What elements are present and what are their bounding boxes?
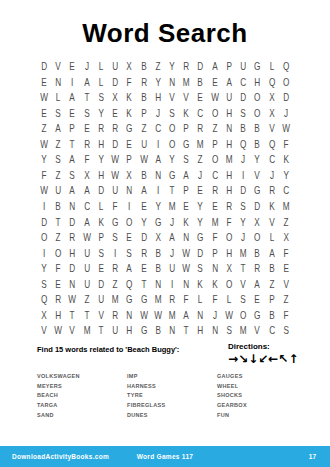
grid-cell: P <box>67 121 79 137</box>
grid-cell: F <box>81 152 93 168</box>
grid-cell: R <box>209 183 221 199</box>
word-list-item: BEACH <box>37 391 127 401</box>
grid-cell: X <box>124 167 136 183</box>
grid-cell: H <box>95 167 107 183</box>
grid-cell: F <box>209 292 221 308</box>
word-list-item: IMP <box>127 372 217 382</box>
grid-cell: V <box>180 90 192 106</box>
word-list-item: HARNESS <box>127 382 217 392</box>
grid-cell: L <box>223 292 235 308</box>
grid-cell: S <box>124 245 136 261</box>
grid-cell: C <box>237 74 249 90</box>
grid-cell: E <box>209 199 221 215</box>
footer-page-number: 17 <box>309 453 316 460</box>
grid-cell: E <box>195 183 207 199</box>
grid-cell: W <box>109 167 121 183</box>
grid-cell: Q <box>124 276 136 292</box>
grid-cell: J <box>195 167 207 183</box>
grid-cell: R <box>67 230 79 246</box>
grid-cell: P <box>209 136 221 152</box>
grid-cell: M <box>180 74 192 90</box>
grid-cell: E <box>67 59 79 75</box>
grid-cell: M <box>223 152 235 168</box>
grid-cell: Y <box>95 152 107 168</box>
grid-cell: X <box>252 214 264 230</box>
grid-cell: R <box>109 307 121 323</box>
grid-cell: J <box>280 105 292 121</box>
grid-cell: M <box>280 199 292 215</box>
instructions-text: Find 15 words related to 'Beach Buggy': <box>37 345 179 354</box>
grid-cell: U <box>95 292 107 308</box>
grid-cell: C <box>266 152 278 168</box>
word-list-item: SAND <box>37 411 127 421</box>
grid-cell: G <box>252 59 264 75</box>
word-list-column: VOLKSWAGENMEYERSBEACHTARGASAND <box>37 372 127 420</box>
grid-cell: D <box>95 276 107 292</box>
grid-cell: I <box>38 199 50 215</box>
grid-cell: K <box>280 152 292 168</box>
grid-cell: G <box>138 292 150 308</box>
grid-cell: H <box>95 136 107 152</box>
grid-cell: F <box>38 167 50 183</box>
grid-cell: F <box>209 230 221 246</box>
grid-cell: E <box>38 74 50 90</box>
grid-cell: N <box>152 167 164 183</box>
word-list-item: TARGA <box>37 401 127 411</box>
grid-cell: V <box>67 323 79 339</box>
grid-cell: R <box>138 74 150 90</box>
grid-cell: M <box>237 245 249 261</box>
grid-cell: E <box>138 199 150 215</box>
direction-arrow-icon: ← <box>268 353 278 365</box>
grid-cell: I <box>237 167 249 183</box>
footer-bar: DownloadActivityBooks.com Word Games 117… <box>0 446 330 467</box>
grid-cell: D <box>109 136 121 152</box>
grid-cell: P <box>180 121 192 137</box>
grid-cell: T <box>166 183 178 199</box>
grid-cell: O <box>166 136 178 152</box>
direction-arrow-icon: ↑ <box>288 353 298 365</box>
grid-cell: S <box>280 323 292 339</box>
grid-cell: U <box>52 183 64 199</box>
grid-cell: S <box>95 245 107 261</box>
grid-cell: E <box>195 90 207 106</box>
grid-cell: U <box>81 261 93 277</box>
grid-cell: E <box>52 276 64 292</box>
grid-cell: F <box>52 261 64 277</box>
grid-cell: Y <box>252 152 264 168</box>
grid-cell: D <box>138 230 150 246</box>
grid-cell: D <box>280 90 292 106</box>
grid-cell: A <box>209 59 221 75</box>
grid-cell: H <box>124 323 136 339</box>
grid-cell: L <box>52 90 64 106</box>
grid-cell: A <box>138 183 150 199</box>
grid-cell: T <box>52 214 64 230</box>
grid-cell: W <box>67 292 79 308</box>
grid-cell: X <box>280 230 292 246</box>
grid-cell: V <box>266 214 278 230</box>
grid-cell: E <box>180 199 192 215</box>
grid-cell: J <box>237 152 249 168</box>
grid-cell: Z <box>38 121 50 137</box>
grid-cell: L <box>266 230 278 246</box>
grid-cell: V <box>237 276 249 292</box>
word-list-item: FUN <box>217 411 303 421</box>
grid-cell: Y <box>166 59 178 75</box>
footer-series-text: Word Games 117 <box>0 453 330 460</box>
grid-cell: U <box>109 59 121 75</box>
grid-cell: L <box>95 59 107 75</box>
word-search-grid: DVEJLUXBZYRDAPUGLQENIALDFRYNMBEACHQOWLAT… <box>37 59 293 339</box>
grid-cell: N <box>67 199 79 215</box>
grid-cell: A <box>81 214 93 230</box>
grid-cell: H <box>52 307 64 323</box>
grid-cell: S <box>67 167 79 183</box>
grid-cell: X <box>109 90 121 106</box>
directions-block: Directions: →↘↓↙←↖↑ <box>228 342 323 365</box>
grid-cell: U <box>166 261 178 277</box>
grid-cell: A <box>266 245 278 261</box>
grid-cell: B <box>152 323 164 339</box>
grid-cell: B <box>138 59 150 75</box>
grid-cell: Z <box>109 276 121 292</box>
grid-cell: Y <box>166 152 178 168</box>
grid-cell: S <box>195 261 207 277</box>
grid-cell: K <box>180 214 192 230</box>
grid-cell: W <box>180 245 192 261</box>
grid-cell: W <box>138 152 150 168</box>
grid-cell: Q <box>237 136 249 152</box>
direction-arrow-icon: ↖ <box>278 353 288 365</box>
grid-cell: Y <box>237 214 249 230</box>
grid-cell: H <box>195 323 207 339</box>
direction-arrow-icon: ↘ <box>238 353 248 365</box>
grid-cell: N <box>180 276 192 292</box>
grid-cell: R <box>195 121 207 137</box>
grid-cell: F <box>280 136 292 152</box>
grid-cell: H <box>223 105 235 121</box>
grid-cell: Z <box>280 214 292 230</box>
grid-cell: D <box>195 59 207 75</box>
grid-cell: B <box>138 167 150 183</box>
grid-cell: I <box>109 245 121 261</box>
grid-cell: Y <box>38 261 50 277</box>
grid-cell: M <box>109 292 121 308</box>
grid-cell: W <box>280 121 292 137</box>
grid-cell: Z <box>138 121 150 137</box>
grid-cell: S <box>38 276 50 292</box>
grid-cell: W <box>38 183 50 199</box>
grid-cell: B <box>52 199 64 215</box>
grid-cell: V <box>166 90 178 106</box>
grid-cell: Z <box>52 167 64 183</box>
page-title: Word Search <box>0 18 330 49</box>
grid-cell: G <box>109 214 121 230</box>
grid-cell: X <box>152 230 164 246</box>
grid-cell: R <box>223 199 235 215</box>
grid-cell: T <box>95 323 107 339</box>
grid-cell: A <box>180 307 192 323</box>
grid-cell: C <box>81 199 93 215</box>
grid-cell: S <box>52 105 64 121</box>
grid-cell: B <box>252 121 264 137</box>
grid-cell: G <box>138 323 150 339</box>
word-list-column: IMPHARNESSTYREFIBREGLASSDUNES <box>127 372 217 420</box>
grid-cell: K <box>95 214 107 230</box>
grid-cell: I <box>152 136 164 152</box>
grid-cell: O <box>38 230 50 246</box>
grid-cell: J <box>166 245 178 261</box>
grid-cell: S <box>81 105 93 121</box>
grid-cell: A <box>223 74 235 90</box>
grid-cell: J <box>266 167 278 183</box>
word-list-item: TYRE <box>127 391 217 401</box>
grid-cell: G <box>166 167 178 183</box>
word-list: VOLKSWAGENMEYERSBEACHTARGASANDIMPHARNESS… <box>37 372 303 420</box>
grid-cell: B <box>252 245 264 261</box>
grid-cell: R <box>109 261 121 277</box>
grid-cell: M <box>195 136 207 152</box>
grid-cell: Z <box>280 292 292 308</box>
grid-cell: S <box>166 105 178 121</box>
grid-cell: Y <box>195 214 207 230</box>
grid-cell: M <box>81 323 93 339</box>
grid-cell: N <box>52 74 64 90</box>
grid-cell: O <box>209 152 221 168</box>
grid-cell: V <box>266 121 278 137</box>
grid-cell: E <box>95 261 107 277</box>
grid-cell: E <box>67 105 79 121</box>
grid-cell: G <box>124 292 136 308</box>
grid-cell: E <box>124 230 136 246</box>
grid-cell: A <box>252 276 264 292</box>
grid-cell: I <box>166 276 178 292</box>
grid-cell: G <box>152 214 164 230</box>
grid-cell: V <box>252 323 264 339</box>
grid-cell: T <box>81 307 93 323</box>
grid-cell: J <box>237 230 249 246</box>
grid-cell: S <box>95 90 107 106</box>
grid-cell: A <box>67 183 79 199</box>
grid-cell: E <box>138 261 150 277</box>
grid-cell: Q <box>280 59 292 75</box>
grid-cell: H <box>223 245 235 261</box>
grid-cell: D <box>195 245 207 261</box>
grid-cell: Y <box>152 199 164 215</box>
direction-arrows: →↘↓↙←↖↑ <box>228 353 323 365</box>
grid-cell: P <box>266 292 278 308</box>
grid-cell: S <box>237 105 249 121</box>
grid-cell: J <box>81 59 93 75</box>
grid-cell: H <box>223 183 235 199</box>
grid-cell: O <box>237 307 249 323</box>
word-list-item: GAUGES <box>217 372 303 382</box>
grid-cell: D <box>67 214 79 230</box>
direction-arrow-icon: ↙ <box>258 353 268 365</box>
grid-cell: V <box>38 323 50 339</box>
grid-cell: O <box>280 74 292 90</box>
grid-cell: C <box>280 183 292 199</box>
grid-cell: M <box>166 199 178 215</box>
grid-cell: R <box>266 183 278 199</box>
grid-cell: E <box>81 121 93 137</box>
grid-cell: Y <box>38 152 50 168</box>
grid-cell: A <box>67 90 79 106</box>
grid-cell: T <box>67 307 79 323</box>
grid-cell: O <box>223 230 235 246</box>
word-list-item: DUNES <box>127 411 217 421</box>
grid-cell: C <box>152 121 164 137</box>
grid-cell: N <box>195 307 207 323</box>
grid-cell: V <box>252 167 264 183</box>
grid-cell: O <box>252 90 264 106</box>
grid-cell: O <box>252 230 264 246</box>
grid-cell: A <box>67 152 79 168</box>
grid-cell: W <box>138 307 150 323</box>
grid-cell: F <box>223 214 235 230</box>
grid-cell: R <box>95 121 107 137</box>
grid-cell: K <box>209 276 221 292</box>
grid-cell: R <box>180 59 192 75</box>
grid-cell: C <box>209 167 221 183</box>
grid-cell: F <box>124 74 136 90</box>
word-list-item: WHEEL <box>217 382 303 392</box>
grid-cell: A <box>81 183 93 199</box>
grid-cell: K <box>266 199 278 215</box>
grid-cell: D <box>67 261 79 277</box>
grid-cell: J <box>166 214 178 230</box>
grid-cell: N <box>223 121 235 137</box>
grid-cell: H <box>67 245 79 261</box>
grid-cell: Y <box>138 214 150 230</box>
grid-cell: V <box>52 59 64 75</box>
grid-cell: Z <box>152 59 164 75</box>
grid-cell: N <box>209 323 221 339</box>
grid-cell: A <box>81 74 93 90</box>
grid-cell: R <box>138 245 150 261</box>
grid-cell: N <box>209 261 221 277</box>
grid-cell: I <box>152 183 164 199</box>
grid-cell: Z <box>81 292 93 308</box>
grid-cell: O <box>223 276 235 292</box>
grid-cell: M <box>152 292 164 308</box>
grid-cell: X <box>81 167 93 183</box>
grid-cell: W <box>81 230 93 246</box>
grid-cell: U <box>109 323 121 339</box>
grid-cell: A <box>166 230 178 246</box>
grid-cell: D <box>38 59 50 75</box>
grid-cell: S <box>109 230 121 246</box>
grid-cell: Y <box>95 105 107 121</box>
grid-cell: P <box>209 245 221 261</box>
grid-cell: N <box>180 230 192 246</box>
grid-cell: D <box>95 183 107 199</box>
grid-cell: X <box>266 105 278 121</box>
grid-cell: H <box>223 136 235 152</box>
grid-cell: K <box>180 105 192 121</box>
grid-cell: N <box>124 307 136 323</box>
grid-cell: K <box>195 276 207 292</box>
grid-cell: L <box>95 199 107 215</box>
grid-cell: B <box>138 90 150 106</box>
grid-cell: U <box>237 59 249 75</box>
grid-cell: E <box>124 136 136 152</box>
grid-cell: R <box>109 121 121 137</box>
grid-cell: D <box>237 183 249 199</box>
grid-cell: Q <box>266 136 278 152</box>
grid-cell: L <box>195 292 207 308</box>
grid-cell: D <box>109 74 121 90</box>
grid-cell: Y <box>280 167 292 183</box>
grid-cell: O <box>124 214 136 230</box>
grid-cell: P <box>138 105 150 121</box>
grid-cell: U <box>109 183 121 199</box>
grid-cell: B <box>152 245 164 261</box>
grid-cell: P <box>223 59 235 75</box>
grid-cell: D <box>237 90 249 106</box>
grid-cell: T <box>138 276 150 292</box>
grid-cell: K <box>124 105 136 121</box>
grid-cell: D <box>252 199 264 215</box>
grid-cell: R <box>166 292 178 308</box>
direction-arrow-icon: ↓ <box>248 353 258 365</box>
grid-cell: U <box>81 276 93 292</box>
grid-cell: C <box>266 323 278 339</box>
grid-cell: X <box>38 307 50 323</box>
grid-cell: W <box>38 136 50 152</box>
word-list-item: VOLKSWAGEN <box>37 372 127 382</box>
grid-cell: S <box>180 152 192 168</box>
grid-cell: S <box>237 292 249 308</box>
grid-cell: W <box>52 323 64 339</box>
grid-cell: O <box>52 245 64 261</box>
grid-cell: Z <box>52 230 64 246</box>
grid-cell: Z <box>195 152 207 168</box>
grid-cell: X <box>124 59 136 75</box>
grid-cell: A <box>52 121 64 137</box>
grid-cell: N <box>67 276 79 292</box>
grid-cell: T <box>81 90 93 106</box>
word-list-item: GEARBOX <box>217 401 303 411</box>
word-list-item: MEYERS <box>37 382 127 392</box>
grid-cell: J <box>152 105 164 121</box>
grid-cell: N <box>166 74 178 90</box>
grid-cell: S <box>237 199 249 215</box>
grid-cell: Z <box>266 276 278 292</box>
grid-cell: R <box>52 292 64 308</box>
grid-cell: G <box>252 307 264 323</box>
grid-cell: H <box>152 90 164 106</box>
grid-cell: M <box>166 307 178 323</box>
grid-cell: A <box>124 261 136 277</box>
grid-cell: H <box>252 74 264 90</box>
grid-cell: W <box>223 307 235 323</box>
grid-cell: E <box>252 292 264 308</box>
word-list-item: SHOCKS <box>217 391 303 401</box>
grid-cell: B <box>152 261 164 277</box>
grid-cell: B <box>195 74 207 90</box>
word-list-column: GAUGESWHEELSHOCKSGEARBOXFUN <box>217 372 303 420</box>
grid-cell: V <box>95 307 107 323</box>
grid-cell: L <box>266 59 278 75</box>
grid-cell: I <box>67 74 79 90</box>
grid-cell: X <box>266 90 278 106</box>
grid-cell: Q <box>266 74 278 90</box>
grid-cell: I <box>124 199 136 215</box>
grid-cell: C <box>195 105 207 121</box>
grid-cell: Y <box>152 74 164 90</box>
